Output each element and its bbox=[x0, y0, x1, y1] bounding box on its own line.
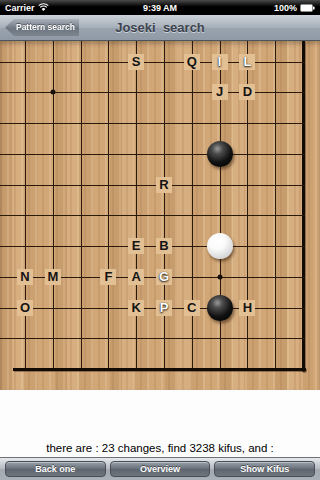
show-kifus-button[interactable]: Show Kifus bbox=[214, 461, 315, 477]
move-label-L[interactable]: L bbox=[239, 54, 255, 70]
move-label-N[interactable]: N bbox=[17, 269, 33, 285]
black-stone bbox=[207, 295, 233, 321]
grid-line-horizontal bbox=[0, 154, 305, 155]
black-stone bbox=[207, 141, 233, 167]
move-label-E[interactable]: E bbox=[128, 238, 144, 254]
move-label-F[interactable]: F bbox=[100, 269, 116, 285]
grid-line-horizontal bbox=[0, 123, 305, 124]
grid-line-vertical bbox=[108, 41, 109, 371]
move-label-H[interactable]: H bbox=[239, 300, 255, 316]
grid-line-vertical bbox=[81, 41, 82, 371]
search-results: there are : 23 changes, find 3238 kifus,… bbox=[0, 390, 320, 457]
star-point bbox=[217, 274, 222, 279]
move-label-A[interactable]: A bbox=[128, 269, 144, 285]
navigation-bar: Pattern search Joseki search bbox=[0, 15, 320, 41]
grid-line-vertical bbox=[136, 41, 137, 371]
grid-line-vertical bbox=[25, 41, 26, 371]
grid-line-horizontal bbox=[0, 338, 305, 339]
app-screen: Carrier 9:39 AM 100% Pattern search Jose… bbox=[0, 0, 320, 480]
bottom-toolbar: Back one Overview Show Kifus bbox=[0, 457, 320, 480]
status-bar: Carrier 9:39 AM 100% bbox=[0, 0, 320, 15]
page-title: Joseki search bbox=[0, 15, 320, 41]
grid-line-horizontal bbox=[0, 308, 305, 309]
grid-line-horizontal bbox=[0, 185, 305, 186]
move-label-R[interactable]: R bbox=[156, 177, 172, 193]
grid-line-horizontal bbox=[0, 92, 305, 93]
move-label-P[interactable]: P bbox=[156, 300, 172, 316]
move-label-Q[interactable]: Q bbox=[184, 54, 200, 70]
grid-line-vertical bbox=[192, 41, 193, 371]
move-label-S[interactable]: S bbox=[128, 54, 144, 70]
grid-line-horizontal bbox=[0, 215, 305, 216]
grid-line-horizontal bbox=[0, 246, 305, 247]
move-label-G[interactable]: G bbox=[156, 269, 172, 285]
back-one-button[interactable]: Back one bbox=[5, 461, 106, 477]
grid-line-horizontal bbox=[0, 62, 305, 63]
move-label-O[interactable]: O bbox=[17, 300, 33, 316]
board-edge-bottom bbox=[13, 368, 306, 371]
move-label-J[interactable]: J bbox=[212, 84, 228, 100]
move-label-B[interactable]: B bbox=[156, 238, 172, 254]
star-point bbox=[50, 90, 55, 95]
move-label-M[interactable]: M bbox=[45, 269, 61, 285]
board-edge-right bbox=[302, 41, 305, 372]
move-label-I[interactable]: I bbox=[212, 54, 228, 70]
grid-line-vertical bbox=[275, 41, 276, 371]
go-board[interactable]: SQILJDREBNMFAGOKPCH bbox=[0, 41, 320, 390]
overview-button[interactable]: Overview bbox=[110, 461, 211, 477]
grid-line-vertical bbox=[164, 41, 165, 371]
results-line-1: there are : 23 changes, find 3238 kifus,… bbox=[0, 439, 320, 457]
move-label-D[interactable]: D bbox=[239, 84, 255, 100]
move-label-K[interactable]: K bbox=[128, 300, 144, 316]
move-label-C[interactable]: C bbox=[184, 300, 200, 316]
clock: 9:39 AM bbox=[0, 3, 320, 13]
white-stone bbox=[207, 233, 233, 259]
